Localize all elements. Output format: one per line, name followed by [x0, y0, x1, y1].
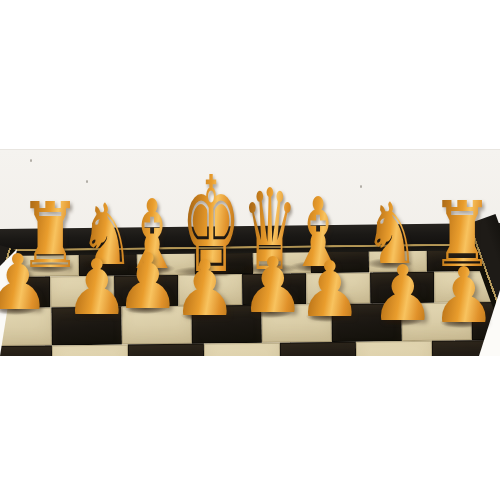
piece-white-pawn-1[interactable]: ♟: [0, 245, 51, 322]
board-square[interactable]: [128, 344, 205, 356]
board-square[interactable]: [0, 345, 53, 356]
board-square[interactable]: [52, 344, 129, 356]
wall-blemish: [360, 185, 362, 188]
piece-white-pawn-4[interactable]: ♟: [172, 251, 237, 328]
piece-white-pawn-6[interactable]: ♟: [297, 252, 362, 329]
piece-white-pawn-7[interactable]: ♟: [370, 256, 435, 333]
board-square[interactable]: [204, 343, 281, 356]
wall-blemish: [30, 159, 32, 162]
board-square[interactable]: [280, 342, 357, 356]
piece-white-pawn-5[interactable]: ♟: [240, 248, 305, 325]
auction-photo-canvas: ♜♞♝♚♛♝♞♜♟♟♟♟♟♟♟♟: [0, 0, 500, 500]
board-square[interactable]: [356, 341, 433, 356]
piece-white-pawn-3[interactable]: ♟: [115, 244, 180, 321]
wall-blemish: [86, 180, 88, 183]
piece-white-pawn-8[interactable]: ♟: [431, 258, 496, 335]
chess-set-photo: ♜♞♝♚♛♝♞♜♟♟♟♟♟♟♟♟: [0, 149, 500, 356]
